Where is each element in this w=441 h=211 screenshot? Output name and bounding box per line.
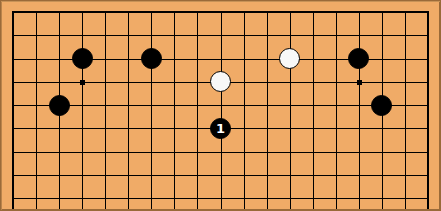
- stone-black-k14: 1: [210, 118, 231, 139]
- grid-vline: [405, 11, 406, 209]
- grid-vline: [36, 11, 37, 209]
- stone-black-r15: [371, 95, 392, 116]
- grid-vline: [427, 11, 429, 209]
- star-point-d16: [80, 80, 85, 85]
- grid-vline: [128, 11, 129, 209]
- grid-hline: [12, 175, 429, 176]
- grid-vline: [197, 11, 198, 209]
- stone-black-q17: [348, 48, 369, 69]
- move-number-label: 1: [216, 122, 225, 135]
- grid-vline: [151, 11, 152, 209]
- grid-vline: [313, 11, 314, 209]
- board-grid: 1: [0, 0, 441, 211]
- grid-hline: [12, 35, 429, 36]
- grid-vline: [267, 11, 268, 209]
- grid-hline: [12, 152, 429, 153]
- star-point-q16: [357, 80, 362, 85]
- grid-vline: [12, 11, 14, 209]
- go-board-diagram: 1: [0, 0, 441, 211]
- grid-vline: [336, 11, 337, 209]
- stone-white-n17: [279, 48, 300, 69]
- grid-hline: [12, 198, 429, 199]
- grid-vline: [82, 11, 83, 209]
- grid-hline: [12, 105, 429, 106]
- grid-vline: [244, 11, 245, 209]
- grid-vline: [359, 11, 360, 209]
- grid-vline: [105, 11, 106, 209]
- stone-black-d17: [72, 48, 93, 69]
- grid-vline: [174, 11, 175, 209]
- grid-vline: [221, 11, 222, 209]
- stone-black-c15: [49, 95, 70, 116]
- stone-black-g17: [141, 48, 162, 69]
- grid-vline: [290, 11, 291, 209]
- grid-hline: [12, 11, 429, 13]
- stone-white-k16: [210, 71, 231, 92]
